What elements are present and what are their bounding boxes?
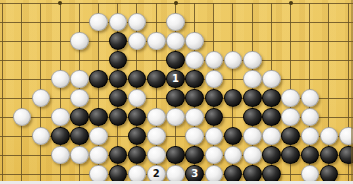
stone-white (243, 70, 262, 89)
stone-white (281, 108, 300, 127)
stone-white (185, 108, 204, 127)
stone-black (166, 146, 185, 165)
stone-white (89, 127, 108, 146)
stone-black (89, 70, 108, 89)
stone-white (51, 70, 70, 89)
stone-white (147, 32, 166, 51)
stone-black (262, 146, 281, 165)
stone-black (262, 108, 281, 127)
stone-black (262, 89, 281, 108)
stone-black (243, 108, 262, 127)
stone-white (185, 127, 204, 146)
stone-black (70, 127, 89, 146)
star-point (289, 1, 293, 5)
stone-white (70, 70, 89, 89)
page-bottom-strip (0, 181, 353, 184)
stone-white (281, 89, 300, 108)
stone-black (185, 89, 204, 108)
stone-white (89, 146, 108, 165)
stone-white (243, 51, 262, 70)
stone-black (51, 127, 70, 146)
stone-white (70, 146, 89, 165)
star-point (174, 1, 178, 5)
stone-white (185, 51, 204, 70)
stone-black (147, 70, 166, 89)
stone-white (243, 127, 262, 146)
stone-black (281, 146, 300, 165)
stone-black (185, 70, 204, 89)
stone-white (166, 108, 185, 127)
go-board[interactable]: 123 (0, 0, 353, 184)
stone-white (166, 32, 185, 51)
stone-white (89, 13, 108, 32)
stone-white (51, 108, 70, 127)
stone-white (243, 146, 262, 165)
stone-white (147, 108, 166, 127)
stone-black (281, 127, 300, 146)
stone-black-move-1: 1 (166, 70, 185, 89)
stone-white (262, 70, 281, 89)
stone-white (262, 127, 281, 146)
stone-black (89, 108, 108, 127)
stone-white (147, 146, 166, 165)
stone-white (147, 127, 166, 146)
stone-black (243, 89, 262, 108)
stone-white (166, 13, 185, 32)
go-problem-screenshot: 123 (0, 0, 353, 184)
stone-white (51, 146, 70, 165)
stone-black (185, 146, 204, 165)
stone-black (70, 108, 89, 127)
stone-white (70, 32, 89, 51)
stone-black (166, 51, 185, 70)
stone-black (166, 89, 185, 108)
star-point (58, 1, 62, 5)
stone-white (185, 32, 204, 51)
stone-white (70, 89, 89, 108)
